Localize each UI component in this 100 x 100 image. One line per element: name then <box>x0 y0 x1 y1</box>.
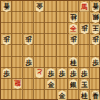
shogi-piece-1i[interactable]: 香 <box>91 90 100 100</box>
board-cell[interactable] <box>57 34 68 45</box>
board-cell[interactable] <box>45 12 56 23</box>
board-cell[interactable] <box>79 12 90 23</box>
shogi-piece-4g[interactable]: 歩 <box>58 68 67 78</box>
board-cell[interactable] <box>34 34 45 45</box>
board-cell[interactable] <box>23 23 34 34</box>
board-cell[interactable] <box>57 79 68 90</box>
board-cell[interactable] <box>12 23 23 34</box>
board-cell[interactable] <box>57 45 68 56</box>
shogi-piece-5g[interactable]: 歩 <box>46 68 55 78</box>
board-cell[interactable] <box>23 79 34 90</box>
shogi-piece-6a[interactable]: 金 <box>35 2 44 12</box>
shogi-piece-1d[interactable]: 歩 <box>91 35 100 45</box>
shogi-piece-7d[interactable]: 歩 <box>24 35 33 45</box>
shogi-piece-3h[interactable]: 銀 <box>69 79 78 89</box>
board-cell[interactable] <box>45 90 56 100</box>
board-cell[interactable] <box>90 45 100 56</box>
board-cell[interactable] <box>23 1 34 12</box>
shogi-piece-2h[interactable]: 玉 <box>80 79 89 89</box>
board-cell[interactable] <box>79 34 90 45</box>
board-cell[interactable] <box>45 23 56 34</box>
board-cell[interactable] <box>23 68 34 79</box>
shogi-piece-9d[interactable]: 歩 <box>2 35 11 45</box>
shogi-piece-3d[interactable]: 歩 <box>69 35 78 45</box>
board-cell[interactable] <box>45 1 56 12</box>
board-cell[interactable] <box>1 12 12 23</box>
board-cell[interactable] <box>12 1 23 12</box>
board-cell[interactable] <box>1 79 12 90</box>
board-cell[interactable] <box>57 12 68 23</box>
shogi-piece-3g[interactable]: 歩 <box>69 68 78 78</box>
shogi-piece-1b[interactable]: 銀 <box>91 13 100 23</box>
shogi-piece-7f[interactable]: 歩 <box>24 57 33 67</box>
board-cell[interactable] <box>79 57 90 68</box>
shogi-piece-2g[interactable]: 歩 <box>80 68 89 78</box>
board-cell[interactable] <box>34 90 45 100</box>
shogi-piece-2c[interactable]: 歩 <box>80 24 89 34</box>
board-cell[interactable] <box>1 23 12 34</box>
shogi-piece-3b[interactable]: 桂 <box>69 13 78 23</box>
board-cell[interactable] <box>79 45 90 56</box>
shogi-piece-2a[interactable]: 馬 <box>80 2 89 12</box>
shogi-piece-1f[interactable]: 歩 <box>91 57 100 67</box>
shogi-piece-1a[interactable]: 香 <box>91 2 100 12</box>
board-cell[interactable] <box>12 34 23 45</box>
board-cell[interactable] <box>34 23 45 34</box>
board-cell[interactable] <box>45 57 56 68</box>
board-cell[interactable] <box>57 1 68 12</box>
shogi-piece-5h[interactable]: 金 <box>46 79 55 89</box>
shogi-piece-3c[interactable]: 全 <box>69 24 78 34</box>
board-cell[interactable] <box>34 57 45 68</box>
board-cell[interactable] <box>34 79 45 90</box>
board-cell[interactable] <box>23 90 34 100</box>
shogi-piece-4i[interactable]: 金 <box>58 90 67 100</box>
board-cell[interactable] <box>12 90 23 100</box>
board-cell[interactable] <box>12 68 23 79</box>
shogi-piece-1c[interactable]: 王 <box>91 24 100 34</box>
board-cell[interactable] <box>57 57 68 68</box>
board-cell[interactable] <box>1 45 12 56</box>
board-cell[interactable] <box>57 23 68 34</box>
board-cell[interactable] <box>34 45 45 56</box>
shogi-piece-2i[interactable]: 桂 <box>80 90 89 100</box>
board-cell[interactable] <box>68 1 79 12</box>
board-cell[interactable] <box>45 45 56 56</box>
board-cell[interactable] <box>12 45 23 56</box>
board-cell[interactable] <box>68 90 79 100</box>
shogi-piece-3f[interactable]: 桂 <box>69 57 78 67</box>
board-cell[interactable] <box>90 68 100 79</box>
shogi-piece-9a[interactable]: 香 <box>2 2 11 12</box>
board-cell[interactable] <box>45 34 56 45</box>
board-cell[interactable] <box>12 12 23 23</box>
board-cell[interactable] <box>12 57 23 68</box>
board-cell[interactable] <box>68 45 79 56</box>
board-cell[interactable] <box>23 45 34 56</box>
board-cell[interactable] <box>1 57 12 68</box>
board-cell[interactable] <box>34 12 45 23</box>
board-cell[interactable] <box>1 90 12 100</box>
shogi-piece-9g[interactable]: 歩 <box>2 68 11 78</box>
shogi-board: 香金馬香桂銀全歩王歩歩歩歩歩桂歩歩と歩歩歩歩龍金銀玉金桂香 <box>0 0 100 100</box>
board-cell[interactable] <box>23 12 34 23</box>
board-cell[interactable] <box>90 79 100 90</box>
